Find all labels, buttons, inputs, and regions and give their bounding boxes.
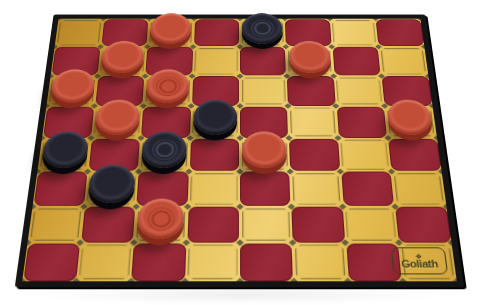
light-square-trim	[79, 245, 131, 280]
dark-square-pad	[287, 76, 335, 106]
dark-square-pad	[292, 207, 345, 243]
dark-square-pad	[337, 107, 388, 138]
light-square-trim	[336, 77, 382, 104]
embossed-logo-icon	[251, 20, 274, 37]
checkers-board: ❖ Goliath	[15, 15, 465, 288]
light-square-trim	[295, 245, 346, 280]
square-r7c2[interactable]	[80, 206, 136, 243]
light-square-trim	[241, 77, 285, 104]
dark-square-pad	[23, 243, 80, 280]
square-r7c5[interactable]	[240, 206, 293, 243]
dark-square-pad	[187, 207, 239, 243]
square-r7c8[interactable]	[395, 206, 452, 243]
square-r1c7[interactable]	[330, 19, 378, 47]
light-square-trim	[242, 208, 291, 241]
dark-square-pad	[240, 172, 291, 206]
square-r4c6[interactable]	[288, 106, 338, 138]
square-r6c5[interactable]	[240, 171, 292, 206]
square-r6c4[interactable]	[188, 171, 240, 206]
dark-square-pad	[388, 138, 441, 170]
goliath-logo-text: Goliath	[401, 259, 438, 269]
square-r1c1[interactable]	[55, 19, 104, 47]
light-square-trim	[380, 48, 426, 74]
square-r2c7[interactable]	[332, 47, 381, 76]
square-r7c1[interactable]	[27, 206, 84, 243]
black-piece-r4c4[interactable]	[193, 100, 237, 135]
square-r6c8[interactable]	[391, 171, 446, 206]
square-r2c8[interactable]	[378, 47, 428, 76]
square-r8c6[interactable]	[293, 243, 349, 281]
square-r7c6[interactable]	[291, 206, 345, 243]
photo-stage: ❖ Goliath	[0, 0, 480, 305]
dark-square-pad	[189, 138, 239, 170]
square-r8c3[interactable]	[131, 243, 187, 281]
light-square-trim	[340, 140, 388, 170]
dark-square-pad	[395, 207, 451, 243]
square-r5c4[interactable]	[189, 138, 240, 171]
light-square-trim	[393, 173, 444, 204]
dark-square-pad	[81, 207, 135, 243]
light-square-trim	[290, 108, 336, 137]
square-r3c7[interactable]	[334, 76, 384, 106]
light-square-trim	[57, 20, 102, 45]
dark-square-pad	[289, 138, 340, 170]
square-r8c5[interactable]	[240, 243, 294, 281]
square-r7c4[interactable]	[186, 206, 239, 243]
square-r2c5[interactable]	[240, 47, 287, 76]
board-floor-shadow	[28, 289, 456, 301]
light-square-trim	[292, 173, 341, 204]
square-r6c6[interactable]	[290, 171, 343, 206]
red-piece-r2c6[interactable]	[288, 41, 331, 73]
square-r8c2[interactable]	[77, 243, 134, 281]
square-r3c6[interactable]	[287, 76, 336, 106]
dark-square-pad	[341, 172, 394, 206]
square-r8c1[interactable]	[22, 243, 80, 281]
square-r1c4[interactable]	[193, 19, 239, 47]
light-square-trim	[332, 20, 376, 45]
square-r6c1[interactable]	[33, 171, 88, 206]
embossed-logo-icon	[148, 208, 175, 231]
square-r5c6[interactable]	[289, 138, 341, 171]
square-r2c4[interactable]	[192, 47, 239, 76]
square-r7c7[interactable]	[343, 206, 399, 243]
square-r6c7[interactable]	[341, 171, 395, 206]
dark-square-pad	[240, 243, 293, 280]
dark-square-pad	[33, 172, 87, 206]
light-square-trim	[30, 208, 82, 241]
light-square-trim	[345, 208, 396, 241]
black-piece-r1c5[interactable]	[242, 13, 283, 44]
dark-square-pad	[332, 47, 380, 75]
red-piece-r5c5[interactable]	[242, 131, 287, 168]
dark-square-pad	[240, 47, 286, 75]
light-square-trim	[187, 245, 237, 280]
square-r5c8[interactable]	[388, 138, 442, 171]
light-square-trim	[194, 48, 237, 74]
square-r1c8[interactable]	[375, 19, 424, 47]
dark-square-pad	[376, 19, 424, 46]
square-r3c5[interactable]	[240, 76, 288, 106]
embossed-logo-icon	[152, 139, 178, 160]
embossed-logo-icon	[156, 77, 181, 96]
dark-square-pad	[131, 243, 186, 280]
goliath-logo: ❖ Goliath	[391, 247, 448, 274]
square-r8c4[interactable]	[185, 243, 239, 281]
square-r4c7[interactable]	[336, 106, 388, 138]
light-square-trim	[190, 173, 238, 204]
square-r5c7[interactable]	[338, 138, 391, 171]
dark-square-pad	[194, 19, 239, 46]
